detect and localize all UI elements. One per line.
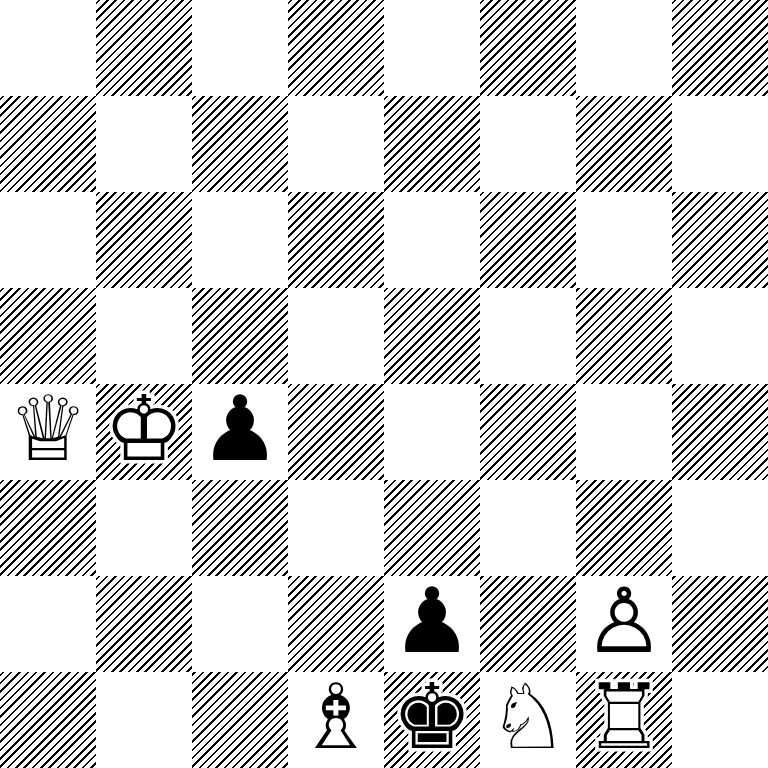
piece-white-bishop: ♝♗: [288, 672, 384, 768]
square-g5[interactable]: [576, 288, 672, 384]
square-e8[interactable]: [384, 0, 480, 96]
piece-glyph: ♖: [584, 669, 665, 765]
square-a7[interactable]: [0, 96, 96, 192]
square-c6[interactable]: [192, 192, 288, 288]
piece-glyph: ♔: [104, 381, 185, 477]
square-g6[interactable]: [576, 192, 672, 288]
square-a2[interactable]: [0, 576, 96, 672]
square-d7[interactable]: [288, 96, 384, 192]
square-c2[interactable]: [192, 576, 288, 672]
square-h1[interactable]: [672, 672, 768, 768]
square-h3[interactable]: [672, 480, 768, 576]
square-e6[interactable]: [384, 192, 480, 288]
square-c3[interactable]: [192, 480, 288, 576]
square-d5[interactable]: [288, 288, 384, 384]
square-b4[interactable]: ♚♔: [96, 384, 192, 480]
square-h6[interactable]: [672, 192, 768, 288]
square-d1[interactable]: ♝♗: [288, 672, 384, 768]
square-c4[interactable]: ♟♟: [192, 384, 288, 480]
piece-white-queen: ♛♕: [0, 384, 96, 480]
square-b7[interactable]: [96, 96, 192, 192]
piece-black-king: ♚♚: [384, 672, 480, 768]
square-g3[interactable]: [576, 480, 672, 576]
piece-glyph: ♟: [392, 573, 473, 669]
square-d2[interactable]: [288, 576, 384, 672]
square-b8[interactable]: [96, 0, 192, 96]
square-f8[interactable]: [480, 0, 576, 96]
square-h2[interactable]: [672, 576, 768, 672]
square-e7[interactable]: [384, 96, 480, 192]
square-g4[interactable]: [576, 384, 672, 480]
chess-board: ♛♕♚♔♟♟♟♟♟♙♝♗♚♚♞♘♜♖: [0, 0, 768, 768]
piece-glyph: ♗: [296, 669, 377, 765]
square-g2[interactable]: ♟♙: [576, 576, 672, 672]
square-c5[interactable]: [192, 288, 288, 384]
square-b3[interactable]: [96, 480, 192, 576]
square-d3[interactable]: [288, 480, 384, 576]
square-f5[interactable]: [480, 288, 576, 384]
piece-glyph: ♕: [8, 381, 89, 477]
square-e1[interactable]: ♚♚: [384, 672, 480, 768]
square-g1[interactable]: ♜♖: [576, 672, 672, 768]
square-b5[interactable]: [96, 288, 192, 384]
piece-white-pawn: ♟♙: [576, 576, 672, 672]
square-e3[interactable]: [384, 480, 480, 576]
square-a1[interactable]: [0, 672, 96, 768]
square-e2[interactable]: ♟♟: [384, 576, 480, 672]
piece-black-pawn: ♟♟: [384, 576, 480, 672]
piece-white-rook: ♜♖: [576, 672, 672, 768]
square-h5[interactable]: [672, 288, 768, 384]
square-h7[interactable]: [672, 96, 768, 192]
square-h4[interactable]: [672, 384, 768, 480]
piece-white-king: ♚♔: [96, 384, 192, 480]
square-b2[interactable]: [96, 576, 192, 672]
square-e5[interactable]: [384, 288, 480, 384]
piece-glyph: ♚: [392, 669, 473, 765]
piece-glyph: ♟: [200, 381, 281, 477]
square-a4[interactable]: ♛♕: [0, 384, 96, 480]
square-c8[interactable]: [192, 0, 288, 96]
square-b6[interactable]: [96, 192, 192, 288]
square-f2[interactable]: [480, 576, 576, 672]
square-d4[interactable]: [288, 384, 384, 480]
square-a5[interactable]: [0, 288, 96, 384]
square-f7[interactable]: [480, 96, 576, 192]
square-b1[interactable]: [96, 672, 192, 768]
piece-glyph: ♘: [488, 669, 569, 765]
square-f6[interactable]: [480, 192, 576, 288]
square-d6[interactable]: [288, 192, 384, 288]
piece-white-knight: ♞♘: [480, 672, 576, 768]
square-a3[interactable]: [0, 480, 96, 576]
square-f4[interactable]: [480, 384, 576, 480]
square-f3[interactable]: [480, 480, 576, 576]
square-a6[interactable]: [0, 192, 96, 288]
square-h8[interactable]: [672, 0, 768, 96]
square-c7[interactable]: [192, 96, 288, 192]
square-f1[interactable]: ♞♘: [480, 672, 576, 768]
square-d8[interactable]: [288, 0, 384, 96]
square-c1[interactable]: [192, 672, 288, 768]
square-e4[interactable]: [384, 384, 480, 480]
square-g7[interactable]: [576, 96, 672, 192]
square-a8[interactable]: [0, 0, 96, 96]
piece-black-pawn: ♟♟: [192, 384, 288, 480]
piece-glyph: ♙: [584, 573, 665, 669]
square-g8[interactable]: [576, 0, 672, 96]
